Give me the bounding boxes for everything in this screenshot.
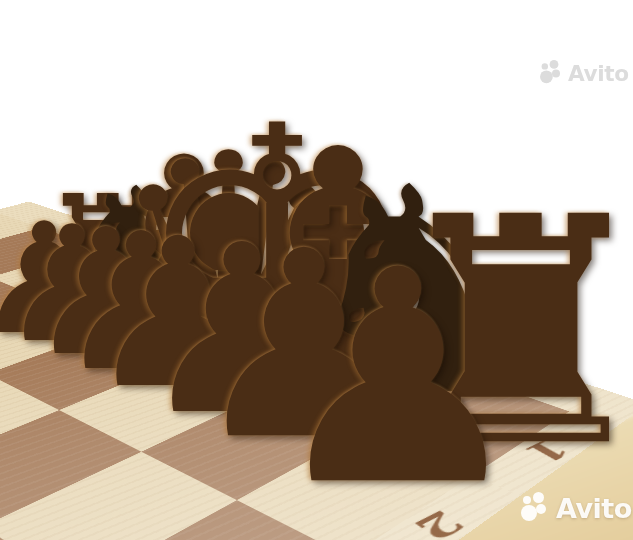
photo-canvas: в123 ♟♟♟♟♟♟♟♟♜♞♝♛♚♝♞♜ Avito Avito — [0, 0, 633, 540]
piece-pawn-8: ♟ — [266, 231, 530, 525]
avito-watermark-top: Avito — [540, 60, 629, 86]
watermark-text: Avito — [568, 60, 629, 85]
avito-logo-icon — [540, 60, 564, 86]
